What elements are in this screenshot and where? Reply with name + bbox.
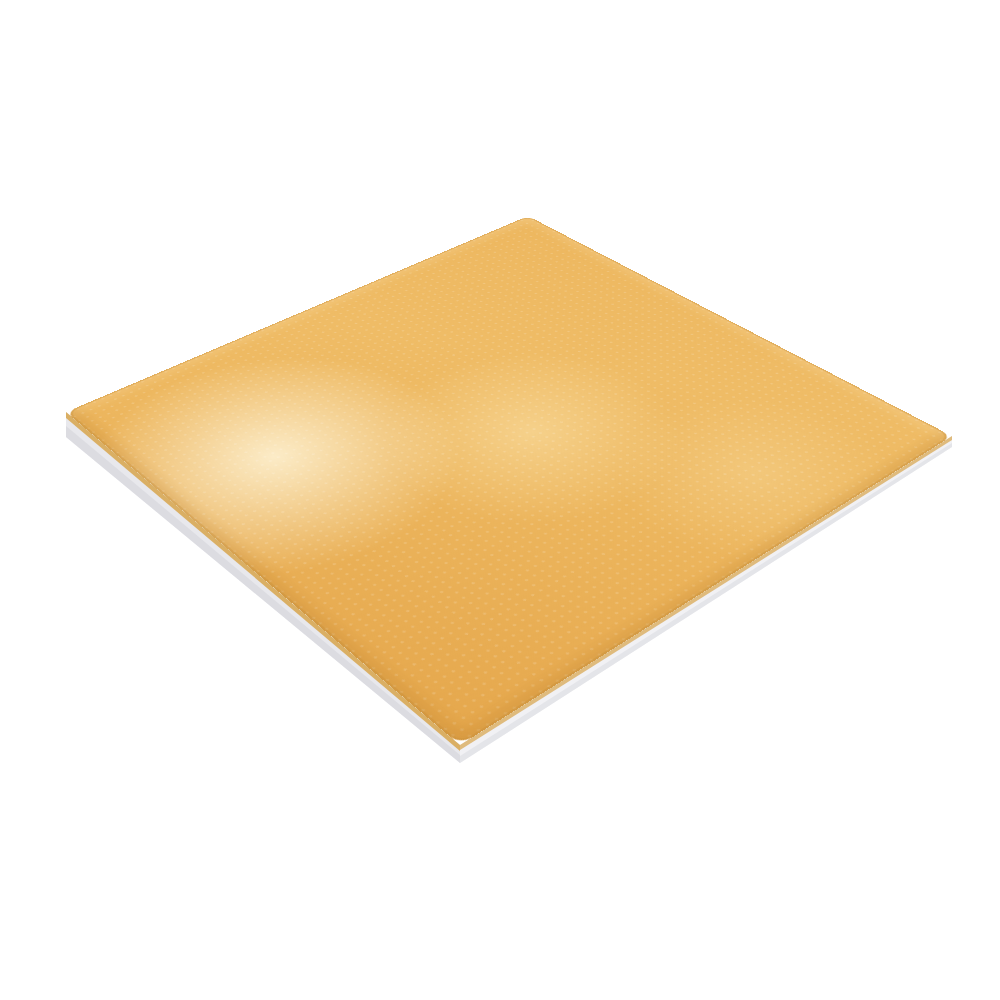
- photo-background: [0, 0, 1000, 1000]
